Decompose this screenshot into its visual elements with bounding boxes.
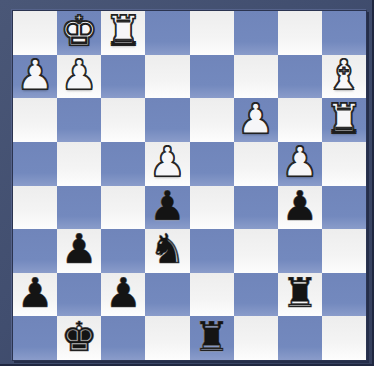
square-e1[interactable]: ♜ xyxy=(190,316,234,360)
square-f6[interactable]: ♟ xyxy=(234,98,278,142)
chess-board: ♚♜♟♟♝♟♜♟♟♟♟♟♞♟♟♜♚♜ xyxy=(12,10,367,361)
black-pawn[interactable]: ♟ xyxy=(17,273,54,314)
white-pawn[interactable]: ♟ xyxy=(149,142,186,183)
square-h8[interactable] xyxy=(322,11,366,55)
square-c5[interactable] xyxy=(101,142,145,186)
white-pawn[interactable]: ♟ xyxy=(17,55,54,96)
square-d6[interactable] xyxy=(145,98,189,142)
square-e3[interactable] xyxy=(190,229,234,273)
square-b8[interactable]: ♚ xyxy=(57,11,101,55)
square-b4[interactable] xyxy=(57,186,101,230)
square-c7[interactable] xyxy=(101,55,145,99)
square-b1[interactable]: ♚ xyxy=(57,316,101,360)
square-a1[interactable] xyxy=(13,316,57,360)
white-king[interactable]: ♚ xyxy=(61,11,98,52)
board-frame: ♚♜♟♟♝♟♜♟♟♟♟♟♞♟♟♜♚♜ xyxy=(0,0,374,366)
square-d1[interactable] xyxy=(145,316,189,360)
white-pawn[interactable]: ♟ xyxy=(61,55,98,96)
square-a6[interactable] xyxy=(13,98,57,142)
square-c6[interactable] xyxy=(101,98,145,142)
square-f8[interactable] xyxy=(234,11,278,55)
square-g2[interactable]: ♜ xyxy=(278,273,322,317)
square-f5[interactable] xyxy=(234,142,278,186)
square-b5[interactable] xyxy=(57,142,101,186)
square-e2[interactable] xyxy=(190,273,234,317)
square-b6[interactable] xyxy=(57,98,101,142)
black-king[interactable]: ♚ xyxy=(61,317,98,358)
square-d7[interactable] xyxy=(145,55,189,99)
square-h3[interactable] xyxy=(322,229,366,273)
square-f1[interactable] xyxy=(234,316,278,360)
square-b3[interactable]: ♟ xyxy=(57,229,101,273)
white-rook[interactable]: ♜ xyxy=(326,99,363,140)
square-g5[interactable]: ♟ xyxy=(278,142,322,186)
black-rook[interactable]: ♜ xyxy=(281,273,318,314)
square-a3[interactable] xyxy=(13,229,57,273)
square-c2[interactable]: ♟ xyxy=(101,273,145,317)
white-bishop[interactable]: ♝ xyxy=(326,55,363,96)
square-e6[interactable] xyxy=(190,98,234,142)
square-a4[interactable] xyxy=(13,186,57,230)
black-rook[interactable]: ♜ xyxy=(193,317,230,358)
square-d4[interactable]: ♟ xyxy=(145,186,189,230)
square-d8[interactable] xyxy=(145,11,189,55)
square-f2[interactable] xyxy=(234,273,278,317)
square-g7[interactable] xyxy=(278,55,322,99)
square-g4[interactable]: ♟ xyxy=(278,186,322,230)
square-b7[interactable]: ♟ xyxy=(57,55,101,99)
square-h6[interactable]: ♜ xyxy=(322,98,366,142)
black-pawn[interactable]: ♟ xyxy=(105,273,142,314)
square-e5[interactable] xyxy=(190,142,234,186)
square-g8[interactable] xyxy=(278,11,322,55)
square-c1[interactable] xyxy=(101,316,145,360)
square-d5[interactable]: ♟ xyxy=(145,142,189,186)
square-e8[interactable] xyxy=(190,11,234,55)
square-g3[interactable] xyxy=(278,229,322,273)
square-h4[interactable] xyxy=(322,186,366,230)
square-h5[interactable] xyxy=(322,142,366,186)
square-d3[interactable]: ♞ xyxy=(145,229,189,273)
white-pawn[interactable]: ♟ xyxy=(237,99,274,140)
square-f4[interactable] xyxy=(234,186,278,230)
white-rook[interactable]: ♜ xyxy=(105,11,142,52)
square-a2[interactable]: ♟ xyxy=(13,273,57,317)
square-e7[interactable] xyxy=(190,55,234,99)
black-knight[interactable]: ♞ xyxy=(149,229,186,270)
square-h7[interactable]: ♝ xyxy=(322,55,366,99)
black-pawn[interactable]: ♟ xyxy=(281,186,318,227)
black-pawn[interactable]: ♟ xyxy=(61,229,98,270)
square-c4[interactable] xyxy=(101,186,145,230)
square-b2[interactable] xyxy=(57,273,101,317)
square-g6[interactable] xyxy=(278,98,322,142)
square-a7[interactable]: ♟ xyxy=(13,55,57,99)
square-f7[interactable] xyxy=(234,55,278,99)
white-pawn[interactable]: ♟ xyxy=(281,142,318,183)
square-h1[interactable] xyxy=(322,316,366,360)
black-pawn[interactable]: ♟ xyxy=(149,186,186,227)
square-e4[interactable] xyxy=(190,186,234,230)
square-c8[interactable]: ♜ xyxy=(101,11,145,55)
square-d2[interactable] xyxy=(145,273,189,317)
square-c3[interactable] xyxy=(101,229,145,273)
square-h2[interactable] xyxy=(322,273,366,317)
square-f3[interactable] xyxy=(234,229,278,273)
square-a5[interactable] xyxy=(13,142,57,186)
square-a8[interactable] xyxy=(13,11,57,55)
square-g1[interactable] xyxy=(278,316,322,360)
